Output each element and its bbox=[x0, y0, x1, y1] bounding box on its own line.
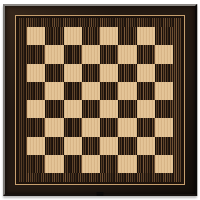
board-frame bbox=[5, 6, 195, 194]
board-square[interactable] bbox=[137, 155, 155, 173]
board-square[interactable] bbox=[82, 118, 100, 136]
board-square[interactable] bbox=[118, 64, 136, 82]
board-square[interactable] bbox=[100, 82, 118, 100]
board-square[interactable] bbox=[100, 155, 118, 173]
board-square[interactable] bbox=[155, 82, 173, 100]
chess-board-grid bbox=[27, 27, 173, 173]
board-square[interactable] bbox=[118, 137, 136, 155]
board-square[interactable] bbox=[64, 45, 82, 63]
board-square[interactable] bbox=[118, 100, 136, 118]
board-square[interactable] bbox=[82, 27, 100, 45]
board-square[interactable] bbox=[27, 45, 45, 63]
board-square[interactable] bbox=[100, 64, 118, 82]
board-square[interactable] bbox=[137, 82, 155, 100]
board-square[interactable] bbox=[155, 27, 173, 45]
board-square[interactable] bbox=[45, 100, 63, 118]
board-square[interactable] bbox=[118, 118, 136, 136]
board-square[interactable] bbox=[82, 155, 100, 173]
board-square[interactable] bbox=[118, 45, 136, 63]
board-square[interactable] bbox=[137, 137, 155, 155]
board-square[interactable] bbox=[27, 82, 45, 100]
board-square[interactable] bbox=[118, 27, 136, 45]
clasp-icon bbox=[97, 192, 104, 196]
board-square[interactable] bbox=[27, 118, 45, 136]
board-square[interactable] bbox=[45, 137, 63, 155]
board-square[interactable] bbox=[64, 155, 82, 173]
board-square[interactable] bbox=[64, 82, 82, 100]
board-square[interactable] bbox=[27, 137, 45, 155]
board-square[interactable] bbox=[45, 64, 63, 82]
board-square[interactable] bbox=[137, 118, 155, 136]
board-square[interactable] bbox=[82, 45, 100, 63]
board-square[interactable] bbox=[118, 82, 136, 100]
chess-board bbox=[3, 4, 197, 196]
board-square[interactable] bbox=[155, 155, 173, 173]
board-square[interactable] bbox=[100, 118, 118, 136]
board-square[interactable] bbox=[64, 137, 82, 155]
board-square[interactable] bbox=[82, 82, 100, 100]
board-square[interactable] bbox=[27, 27, 45, 45]
board-square[interactable] bbox=[64, 118, 82, 136]
board-square[interactable] bbox=[45, 45, 63, 63]
ebony-border-band bbox=[18, 18, 182, 182]
board-square[interactable] bbox=[100, 137, 118, 155]
board-square[interactable] bbox=[64, 27, 82, 45]
board-square[interactable] bbox=[82, 100, 100, 118]
board-square[interactable] bbox=[137, 45, 155, 63]
board-square[interactable] bbox=[155, 100, 173, 118]
pinstripe-inlay bbox=[15, 15, 185, 185]
frame-inner-line bbox=[16, 16, 184, 184]
board-square[interactable] bbox=[64, 64, 82, 82]
board-square[interactable] bbox=[155, 45, 173, 63]
board-square[interactable] bbox=[155, 118, 173, 136]
board-square[interactable] bbox=[137, 64, 155, 82]
board-square[interactable] bbox=[100, 27, 118, 45]
board-square[interactable] bbox=[82, 137, 100, 155]
board-square[interactable] bbox=[100, 100, 118, 118]
board-square[interactable] bbox=[27, 100, 45, 118]
board-square[interactable] bbox=[45, 118, 63, 136]
product-photo bbox=[0, 0, 200, 200]
board-square[interactable] bbox=[137, 100, 155, 118]
board-square[interactable] bbox=[82, 64, 100, 82]
board-square[interactable] bbox=[118, 155, 136, 173]
board-square[interactable] bbox=[45, 82, 63, 100]
board-square[interactable] bbox=[64, 100, 82, 118]
board-square[interactable] bbox=[45, 155, 63, 173]
board-square[interactable] bbox=[45, 27, 63, 45]
board-square[interactable] bbox=[137, 27, 155, 45]
board-square[interactable] bbox=[27, 155, 45, 173]
board-square[interactable] bbox=[155, 64, 173, 82]
board-square[interactable] bbox=[155, 137, 173, 155]
board-square[interactable] bbox=[100, 45, 118, 63]
board-square[interactable] bbox=[27, 64, 45, 82]
